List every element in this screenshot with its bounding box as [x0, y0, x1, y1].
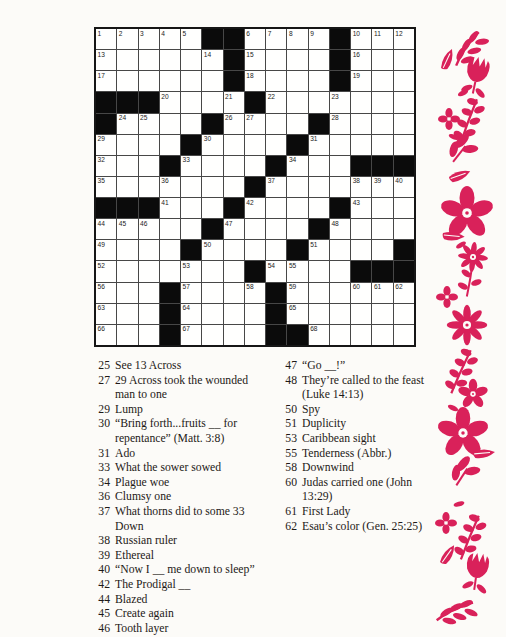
cell-r3c3[interactable]: [139, 71, 159, 91]
clue-text: Ado: [115, 447, 266, 462]
cell-r12c2[interactable]: [117, 261, 137, 281]
cell-r14c13[interactable]: [351, 304, 371, 324]
cell-r10c14[interactable]: [372, 219, 392, 239]
clue-item: 40“Now I __ me down to sleep”: [96, 563, 266, 578]
cell-r8c2[interactable]: [117, 177, 137, 197]
cell-r4c12[interactable]: 23: [330, 92, 350, 112]
cell-r10c15[interactable]: [394, 219, 414, 239]
cell-r7c7[interactable]: [224, 156, 244, 176]
cell-r13c14[interactable]: 61: [372, 283, 392, 303]
cell-r7c4: [160, 156, 180, 176]
cell-r1c5[interactable]: 5: [181, 29, 201, 49]
cell-r9c4[interactable]: 41: [160, 198, 180, 218]
cell-r5c9[interactable]: [266, 114, 286, 134]
cell-r12c1[interactable]: 52: [96, 261, 116, 281]
cell-r5c4[interactable]: [160, 114, 180, 134]
cell-number: 34: [289, 156, 296, 163]
clue-item: 25See 13 Across: [96, 359, 266, 374]
clue-number: 60: [283, 476, 297, 491]
cell-number: 19: [353, 72, 360, 79]
clue-item: 53Caribbean sight: [283, 432, 434, 447]
cell-r15c14[interactable]: [372, 325, 392, 345]
cell-r14c14[interactable]: [372, 304, 392, 324]
cell-r9c9[interactable]: [266, 198, 286, 218]
cell-r9c6[interactable]: [202, 198, 222, 218]
clue-number: 31: [96, 447, 110, 462]
cell-number: 52: [98, 262, 105, 269]
cell-r5c10[interactable]: [287, 114, 307, 134]
cell-r1c6: [202, 29, 222, 49]
cell-number: 21: [225, 93, 232, 100]
cell-r6c13[interactable]: [351, 135, 371, 155]
clue-number: 55: [283, 447, 297, 462]
cell-r1c3[interactable]: 3: [139, 29, 159, 49]
clue-item: 61First Lady: [283, 505, 434, 520]
cell-r8c5[interactable]: [181, 177, 201, 197]
cell-r6c10: [287, 135, 307, 155]
cell-r6c5: [181, 135, 201, 155]
cell-r7c2[interactable]: [117, 156, 137, 176]
cell-r11c11[interactable]: 51: [309, 240, 329, 260]
cell-number: 56: [98, 283, 105, 290]
cell-r15c7[interactable]: [224, 325, 244, 345]
cell-r12c4[interactable]: [160, 261, 180, 281]
cell-r14c11[interactable]: [309, 304, 329, 324]
cell-r12c7[interactable]: [224, 261, 244, 281]
cell-r9c15[interactable]: [394, 198, 414, 218]
cell-r8c1[interactable]: 35: [96, 177, 116, 197]
clue-number: 45: [96, 607, 110, 622]
cell-r5c15[interactable]: [394, 114, 414, 134]
cell-r10c2[interactable]: 45: [117, 219, 137, 239]
clue-text: “Now I __ me down to sleep”: [115, 563, 266, 578]
cell-r7c11[interactable]: [309, 156, 329, 176]
cell-r13c9: [266, 283, 286, 303]
cell-r13c5[interactable]: 57: [181, 283, 201, 303]
cell-r10c1[interactable]: 44: [96, 219, 116, 239]
cell-r12c8: [245, 261, 265, 281]
clue-number: 42: [96, 578, 110, 593]
cell-r12c5[interactable]: 53: [181, 261, 201, 281]
cell-r1c9[interactable]: 7: [266, 29, 286, 49]
cell-number: 32: [98, 156, 105, 163]
cell-r14c10[interactable]: 65: [287, 304, 307, 324]
cell-r11c9[interactable]: [266, 240, 286, 260]
cell-number: 39: [374, 177, 381, 184]
cell-r1c4[interactable]: 4: [160, 29, 180, 49]
clue-number: 46: [96, 622, 110, 637]
cell-r10c6: [202, 219, 222, 239]
cell-r5c5[interactable]: [181, 114, 201, 134]
cell-r7c6[interactable]: [202, 156, 222, 176]
cell-r13c7[interactable]: [224, 283, 244, 303]
cell-r11c1[interactable]: 49: [96, 240, 116, 260]
cell-number: 6: [246, 30, 250, 37]
cell-r15c2[interactable]: [117, 325, 137, 345]
cell-r13c8[interactable]: 58: [245, 283, 265, 303]
cell-r14c2[interactable]: [117, 304, 137, 324]
cell-r6c9[interactable]: [266, 135, 286, 155]
cell-r12c12[interactable]: [330, 261, 350, 281]
cell-r4c2: [117, 92, 137, 112]
cell-r11c10: [287, 240, 307, 260]
cell-number: 62: [395, 283, 402, 290]
clue-item: 55Tenderness (Abbr.): [283, 447, 434, 462]
clue-text: Plague woe: [115, 476, 266, 491]
cell-r3c14[interactable]: [372, 71, 392, 91]
cell-r1c15[interactable]: 12: [394, 29, 414, 49]
cell-r12c13: [351, 261, 371, 281]
cell-r6c3[interactable]: [139, 135, 159, 155]
cell-r2c8[interactable]: 15: [245, 50, 265, 70]
cell-r10c11: [309, 219, 329, 239]
cell-r11c3[interactable]: [139, 240, 159, 260]
cell-number: 11: [374, 30, 381, 37]
cell-r13c13[interactable]: 60: [351, 283, 371, 303]
cell-r13c1[interactable]: 56: [96, 283, 116, 303]
cell-r2c5[interactable]: [181, 50, 201, 70]
cell-r14c7[interactable]: [224, 304, 244, 324]
cell-number: 22: [268, 93, 275, 100]
cell-r3c11[interactable]: [309, 71, 329, 91]
cell-r10c4[interactable]: [160, 219, 180, 239]
cell-r4c5[interactable]: [181, 92, 201, 112]
cell-r9c2: [117, 198, 137, 218]
cell-number: 57: [183, 283, 190, 290]
cell-r7c3[interactable]: [139, 156, 159, 176]
cell-r15c6[interactable]: [202, 325, 222, 345]
cell-r11c7[interactable]: [224, 240, 244, 260]
clue-item: 50Spy: [283, 403, 434, 418]
cell-number: 44: [98, 220, 105, 227]
cell-number: 17: [98, 72, 105, 79]
cell-r11c5: [181, 240, 201, 260]
cell-r14c3[interactable]: [139, 304, 159, 324]
cell-r12c10[interactable]: 55: [287, 261, 307, 281]
cell-r4c9[interactable]: 22: [266, 92, 286, 112]
clue-text: Esau’s color (Gen. 25:25): [302, 520, 434, 535]
cell-number: 16: [353, 51, 360, 58]
clue-number: 38: [96, 534, 110, 549]
cell-r11c8[interactable]: [245, 240, 265, 260]
cell-r5c14[interactable]: [372, 114, 392, 134]
cell-number: 35: [98, 177, 105, 184]
cell-r8c14[interactable]: 39: [372, 177, 392, 197]
clue-number: 48: [283, 374, 297, 389]
cell-r14c15[interactable]: [394, 304, 414, 324]
cell-r1c14[interactable]: 11: [372, 29, 392, 49]
cell-r2c7: [224, 50, 244, 70]
cell-r9c11[interactable]: [309, 198, 329, 218]
cell-r3c15[interactable]: [394, 71, 414, 91]
cell-r2c15[interactable]: [394, 50, 414, 70]
cell-r7c15: [394, 156, 414, 176]
cell-r13c2[interactable]: [117, 283, 137, 303]
cell-r3c2[interactable]: [117, 71, 137, 91]
clue-item: 30“Bring forth...fruits __ for repentanc…: [96, 417, 266, 446]
cell-number: 26: [225, 114, 232, 121]
cell-r12c6[interactable]: [202, 261, 222, 281]
cell-r3c1[interactable]: 17: [96, 71, 116, 91]
cell-number: 67: [183, 325, 190, 332]
cell-number: 41: [161, 199, 168, 206]
cell-r15c11[interactable]: 68: [309, 325, 329, 345]
cell-number: 51: [310, 241, 317, 248]
cell-r7c10[interactable]: 34: [287, 156, 307, 176]
clue-number: 53: [283, 432, 297, 447]
crossword-grid: 1234567891011121314151617181920212223242…: [94, 27, 416, 347]
cell-r14c12[interactable]: [330, 304, 350, 324]
cell-r10c12[interactable]: 48: [330, 219, 350, 239]
cell-r12c15: [394, 261, 414, 281]
cell-r2c10[interactable]: [287, 50, 307, 70]
cell-r6c7[interactable]: [224, 135, 244, 155]
cell-r6c11[interactable]: 31: [309, 135, 329, 155]
clue-number: 50: [283, 403, 297, 418]
cell-r1c11[interactable]: 9: [309, 29, 329, 49]
cell-r3c7: [224, 71, 244, 91]
clue-text: “Go __!”: [302, 359, 434, 374]
cell-r14c5[interactable]: 64: [181, 304, 201, 324]
cell-number: 18: [246, 72, 253, 79]
cell-r15c15[interactable]: [394, 325, 414, 345]
cell-r7c8[interactable]: [245, 156, 265, 176]
cell-r14c8[interactable]: [245, 304, 265, 324]
cell-r14c9: [266, 304, 286, 324]
cell-r8c13[interactable]: 38: [351, 177, 371, 197]
cell-number: 1: [98, 30, 102, 37]
cell-r8c3[interactable]: [139, 177, 159, 197]
cell-r1c7: [224, 29, 244, 49]
clue-text: Ethereal: [115, 549, 266, 564]
cell-r6c12[interactable]: [330, 135, 350, 155]
clue-item: 48They’re called to the feast (Luke 14:1…: [283, 374, 434, 403]
cell-number: 24: [119, 114, 126, 121]
cell-r5c13[interactable]: [351, 114, 371, 134]
clue-text: The Prodigal __: [115, 578, 266, 593]
cell-r7c9: [266, 156, 286, 176]
cell-r10c8[interactable]: [245, 219, 265, 239]
cell-r3c13[interactable]: 19: [351, 71, 371, 91]
clue-item: 44Blazed: [96, 593, 266, 608]
cell-r2c9[interactable]: [266, 50, 286, 70]
cell-r4c10[interactable]: [287, 92, 307, 112]
cell-r5c3[interactable]: 25: [139, 114, 159, 134]
cell-r9c14[interactable]: [372, 198, 392, 218]
cell-number: 12: [395, 30, 402, 37]
cell-r1c1[interactable]: 1: [96, 29, 116, 49]
cell-r14c4: [160, 304, 180, 324]
clue-number: 34: [96, 476, 110, 491]
cell-r13c6[interactable]: [202, 283, 222, 303]
cell-r4c14[interactable]: [372, 92, 392, 112]
cell-r1c13[interactable]: 10: [351, 29, 371, 49]
cell-r6c2[interactable]: [117, 135, 137, 155]
cell-r4c11[interactable]: [309, 92, 329, 112]
clue-text: What the sower sowed: [115, 461, 266, 476]
cell-r8c9[interactable]: 37: [266, 177, 286, 197]
cell-number: 3: [140, 30, 144, 37]
cell-r9c13[interactable]: 43: [351, 198, 371, 218]
cell-number: 64: [183, 304, 190, 311]
cell-r6c4[interactable]: [160, 135, 180, 155]
cell-r4c4[interactable]: 20: [160, 92, 180, 112]
cell-r8c7[interactable]: [224, 177, 244, 197]
cell-number: 30: [204, 135, 211, 142]
clue-text: They’re called to the feast (Luke 14:13): [302, 374, 434, 403]
clue-number: 36: [96, 490, 110, 505]
cell-r7c5[interactable]: 33: [181, 156, 201, 176]
cell-r10c5[interactable]: [181, 219, 201, 239]
cell-r3c6[interactable]: [202, 71, 222, 91]
cell-number: 40: [395, 177, 402, 184]
cell-r11c13[interactable]: [351, 240, 371, 260]
cell-r5c2[interactable]: 24: [117, 114, 137, 134]
cell-r10c3[interactable]: 46: [139, 219, 159, 239]
cell-number: 54: [268, 262, 275, 269]
cell-r2c14[interactable]: [372, 50, 392, 70]
cell-r2c2[interactable]: [117, 50, 137, 70]
cell-r12c3[interactable]: [139, 261, 159, 281]
cell-r6c15[interactable]: [394, 135, 414, 155]
cell-r11c6[interactable]: 50: [202, 240, 222, 260]
cell-r2c6[interactable]: 14: [202, 50, 222, 70]
cell-r8c10[interactable]: [287, 177, 307, 197]
cell-r12c9[interactable]: 54: [266, 261, 286, 281]
clue-text: First Lady: [302, 505, 434, 520]
cell-number: 63: [98, 304, 105, 311]
cell-number: 49: [98, 241, 105, 248]
cell-r11c2[interactable]: [117, 240, 137, 260]
cell-r11c4[interactable]: [160, 240, 180, 260]
cell-r15c12[interactable]: [330, 325, 350, 345]
cell-r13c12[interactable]: [330, 283, 350, 303]
clue-item: 37What thorns did to some 33 Down: [96, 505, 266, 534]
clue-text: Blazed: [115, 593, 266, 608]
cell-r13c10[interactable]: 59: [287, 283, 307, 303]
cell-r5c1: [96, 114, 116, 134]
cell-number: 43: [353, 199, 360, 206]
cell-number: 7: [268, 30, 272, 37]
cell-r4c13[interactable]: [351, 92, 371, 112]
cell-r9c3: [139, 198, 159, 218]
cell-r4c1: [96, 92, 116, 112]
cell-r14c1[interactable]: 63: [96, 304, 116, 324]
cell-r15c3[interactable]: [139, 325, 159, 345]
cell-r8c4[interactable]: 36: [160, 177, 180, 197]
cell-r3c9[interactable]: [266, 71, 286, 91]
clue-number: 61: [283, 505, 297, 520]
cell-r3c8[interactable]: 18: [245, 71, 265, 91]
cell-r10c13[interactable]: [351, 219, 371, 239]
cell-r2c4[interactable]: [160, 50, 180, 70]
cell-r2c11[interactable]: [309, 50, 329, 70]
clue-text: Downwind: [302, 461, 434, 476]
cell-r3c12: [330, 71, 350, 91]
cell-r8c12[interactable]: [330, 177, 350, 197]
cell-r13c15[interactable]: 62: [394, 283, 414, 303]
cell-r8c6[interactable]: [202, 177, 222, 197]
cell-r2c13[interactable]: 16: [351, 50, 371, 70]
cell-r9c8[interactable]: 42: [245, 198, 265, 218]
cell-r3c5[interactable]: [181, 71, 201, 91]
cell-r8c15[interactable]: 40: [394, 177, 414, 197]
cell-r13c11[interactable]: [309, 283, 329, 303]
cell-number: 61: [374, 283, 381, 290]
clue-text: Tenderness (Abbr.): [302, 447, 434, 462]
cell-r5c8[interactable]: 27: [245, 114, 265, 134]
cell-r4c7[interactable]: 21: [224, 92, 244, 112]
clue-item: 38Russian ruler: [96, 534, 266, 549]
cell-number: 47: [225, 220, 232, 227]
cell-r3c10[interactable]: [287, 71, 307, 91]
cell-r1c10[interactable]: 8: [287, 29, 307, 49]
cell-r2c3[interactable]: [139, 50, 159, 70]
cell-r4c3: [139, 92, 159, 112]
cell-r14c6[interactable]: [202, 304, 222, 324]
cell-r6c8[interactable]: [245, 135, 265, 155]
cell-r11c12[interactable]: [330, 240, 350, 260]
clue-item: 29Lump: [96, 403, 266, 418]
cell-r13c3[interactable]: [139, 283, 159, 303]
cell-r5c12[interactable]: 28: [330, 114, 350, 134]
cell-r12c11[interactable]: [309, 261, 329, 281]
cell-r2c1[interactable]: 13: [96, 50, 116, 70]
cell-r15c5[interactable]: 67: [181, 325, 201, 345]
cell-r8c11[interactable]: [309, 177, 329, 197]
cell-r3c4[interactable]: [160, 71, 180, 91]
cell-r1c2[interactable]: 2: [117, 29, 137, 49]
cell-r10c10[interactable]: [287, 219, 307, 239]
clue-text: Lump: [115, 403, 266, 418]
cell-r6c14[interactable]: [372, 135, 392, 155]
cell-r5c7[interactable]: 26: [224, 114, 244, 134]
cell-r1c12: [330, 29, 350, 49]
cell-r10c7[interactable]: 47: [224, 219, 244, 239]
clue-item: 42The Prodigal __: [96, 578, 266, 593]
cell-r6c6[interactable]: 30: [202, 135, 222, 155]
cell-r15c13[interactable]: [351, 325, 371, 345]
cell-r15c1[interactable]: 66: [96, 325, 116, 345]
cell-r9c1: [96, 198, 116, 218]
cell-r15c8[interactable]: [245, 325, 265, 345]
floral-border-decoration: [433, 0, 506, 637]
cell-r11c14[interactable]: [372, 240, 392, 260]
cell-r7c12[interactable]: [330, 156, 350, 176]
clue-text: Create again: [115, 607, 266, 622]
down-clues-column-2: 47“Go __!”48They’re called to the feast …: [283, 359, 434, 534]
clue-item: 60Judas carried one (John 13:29): [283, 476, 434, 505]
clue-item: 47“Go __!”: [283, 359, 434, 374]
cell-r6c1[interactable]: 29: [96, 135, 116, 155]
cell-number: 68: [310, 325, 317, 332]
cell-number: 33: [183, 156, 190, 163]
clue-number: 37: [96, 505, 110, 520]
cell-number: 48: [331, 220, 338, 227]
cell-r4c6[interactable]: [202, 92, 222, 112]
clue-number: 27: [96, 374, 110, 389]
cell-r10c9[interactable]: [266, 219, 286, 239]
clue-number: 30: [96, 417, 110, 432]
cell-r7c1[interactable]: 32: [96, 156, 116, 176]
cell-r4c8: [245, 92, 265, 112]
cell-r9c5[interactable]: [181, 198, 201, 218]
cell-r1c8[interactable]: 6: [245, 29, 265, 49]
cell-r4c15[interactable]: [394, 92, 414, 112]
cell-r9c10[interactable]: [287, 198, 307, 218]
cell-number: 25: [140, 114, 147, 121]
cell-number: 13: [98, 51, 105, 58]
